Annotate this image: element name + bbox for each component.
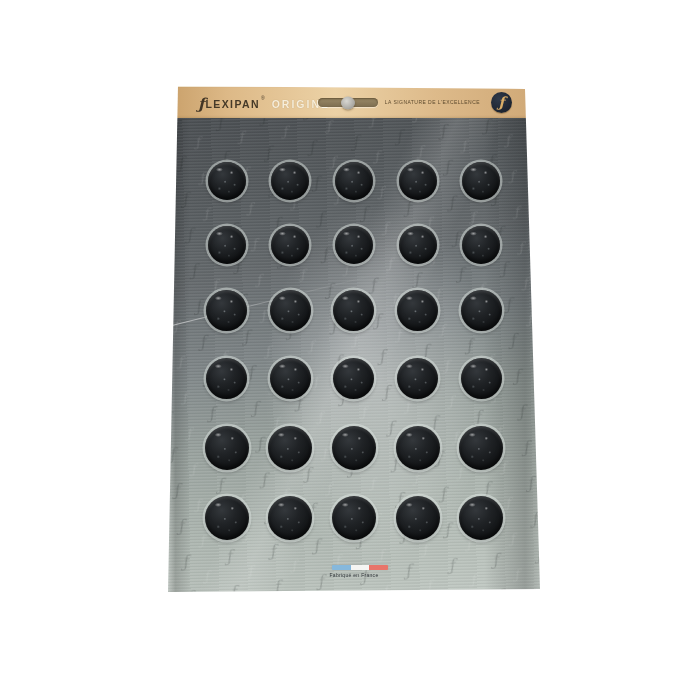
flag-white-stripe	[351, 565, 370, 570]
flag-blue-stripe	[332, 565, 351, 570]
logo-f-icon: ƒ	[498, 95, 504, 109]
grid-cell-r5c2	[259, 413, 323, 483]
mold-cavity	[332, 426, 376, 470]
mold-cavity	[462, 226, 500, 264]
mold-cavity	[268, 496, 312, 540]
grid-cell-r6c1	[195, 483, 259, 552]
mold-cavity	[461, 290, 502, 331]
grid-cell-r1c1	[195, 149, 259, 213]
mold-cavity	[206, 358, 247, 399]
mold-cavity	[396, 496, 440, 540]
mold-cavity	[205, 426, 249, 470]
grid-cell-r6c4	[386, 483, 450, 552]
grid-cell-r2c2	[259, 213, 323, 277]
grid-cell-r4c1	[195, 343, 259, 413]
mold-cavity	[333, 290, 374, 331]
mold-cavity	[271, 226, 309, 264]
hanger-grommet-icon	[341, 96, 355, 109]
grid-cell-r4c2	[259, 343, 323, 413]
brand-name: LEXIPAN	[205, 98, 260, 110]
mold-cavity	[397, 358, 438, 399]
grid-cell-r5c4	[386, 413, 450, 483]
mold-cavity	[270, 290, 311, 331]
grid-cell-r5c3	[322, 413, 386, 483]
mold-cavity	[208, 226, 246, 264]
grid-cell-r5c5	[449, 413, 513, 483]
mold-cavity	[461, 358, 502, 399]
cavity-grid	[195, 149, 513, 552]
made-in-label: Fabriqué en France	[168, 572, 540, 578]
grid-cell-r2c4	[386, 213, 450, 277]
grid-cell-r5c1	[195, 413, 259, 483]
mold-cavity	[206, 290, 247, 331]
mold-cavity	[270, 358, 311, 399]
hanger-slot-icon	[318, 98, 378, 107]
header-band: ƒ LEXIPAN ® ORIGINE LA SIGNATURE DE L'EX…	[168, 85, 540, 120]
grid-cell-r1c2	[259, 149, 323, 213]
grid-cell-r4c3	[322, 343, 386, 413]
flag-red-stripe	[369, 565, 388, 570]
mold-cavity	[332, 496, 376, 540]
grid-cell-r3c5	[449, 277, 513, 343]
mold-cavity	[271, 162, 309, 200]
mold-cavity	[399, 226, 437, 264]
mold-cavity	[268, 426, 312, 470]
grid-cell-r6c3	[322, 483, 386, 552]
grid-cell-r4c5	[449, 343, 513, 413]
grid-cell-r1c3	[322, 149, 386, 213]
mold-cavity	[335, 162, 373, 200]
registered-mark: ®	[261, 95, 265, 101]
product-package: ƒ LEXIPAN ® ORIGINE LA SIGNATURE DE L'EX…	[168, 85, 540, 592]
grid-cell-r2c3	[322, 213, 386, 277]
grid-cell-r3c1	[195, 277, 259, 343]
mold-cavity	[459, 496, 503, 540]
photo-stage: ƒ LEXIPAN ® ORIGINE LA SIGNATURE DE L'EX…	[0, 0, 688, 688]
grid-cell-r3c2	[259, 277, 323, 343]
brand-lockup: ƒ LEXIPAN ® ORIGINE	[198, 94, 330, 114]
mold-cavity	[208, 162, 246, 200]
mold-cavity	[399, 162, 437, 200]
mold-cavity	[335, 226, 373, 264]
mold-cavity	[205, 496, 249, 540]
grid-cell-r2c1	[195, 213, 259, 277]
mold-cavity	[396, 426, 440, 470]
grid-cell-r4c4	[386, 343, 450, 413]
grid-cell-r2c5	[449, 213, 513, 277]
silicone-mat: ƒ ƒ Fabriqué en France	[168, 118, 540, 592]
mold-cavity	[462, 162, 500, 200]
brand-script-f-icon: ƒ	[198, 97, 204, 112]
grid-cell-r1c5	[449, 149, 513, 213]
grid-cell-r3c3	[322, 277, 386, 343]
brand-tagline: LA SIGNATURE DE L'EXCELLENCE	[385, 99, 480, 105]
mold-cavity	[459, 426, 503, 470]
france-flag-icon	[332, 565, 388, 570]
grid-cell-r6c2	[259, 483, 323, 552]
mold-cavity	[397, 290, 438, 331]
mold-cavity	[333, 358, 374, 399]
grid-cell-r1c4	[386, 149, 450, 213]
grid-cell-r6c5	[449, 483, 513, 552]
brand-logo: ƒ	[491, 92, 512, 113]
grid-cell-r3c4	[386, 277, 450, 343]
